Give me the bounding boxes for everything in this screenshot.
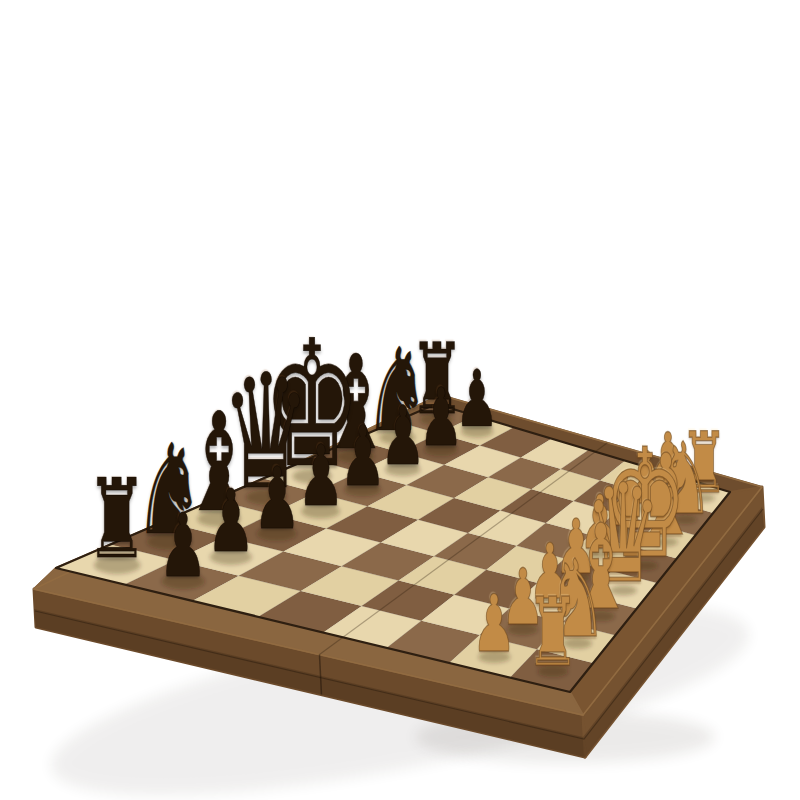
shadow-e7: [344, 483, 381, 497]
shadow-f7: [385, 463, 420, 476]
shadow-f2: [611, 526, 637, 536]
shadow-d7: [301, 504, 340, 518]
shadow-e2: [587, 549, 614, 559]
shadow-d1: [610, 586, 637, 596]
shadow-a7: [161, 573, 205, 589]
shadow-g2: [634, 504, 659, 513]
shadow-c8: [197, 511, 240, 527]
shadow-e8: [293, 469, 332, 484]
shadow-h1: [693, 494, 715, 502]
shadow-a8: [94, 557, 140, 574]
shadow-g7: [424, 444, 457, 457]
product-photo-stage: ♜♞♝♛♚♝♞♜♟♟♟♟♟♟♟♟♟♟♟♟♟♟♟♟♜♞♝♛♚♝♞♜: [0, 0, 800, 800]
shadow-c1: [587, 611, 615, 622]
shadow-a1: [538, 666, 568, 677]
chess-board: [0, 0, 800, 800]
shadow-f8: [337, 450, 374, 464]
shadow-e1: [632, 561, 658, 571]
shadow-b2: [507, 624, 538, 636]
shadow-d8: [246, 490, 287, 505]
shadow-a2: [478, 651, 510, 663]
shadow-b1: [563, 638, 592, 649]
shadow-f1: [654, 538, 678, 547]
shadow-d2: [561, 573, 589, 584]
shadow-b7: [210, 549, 252, 565]
shadow-c7: [257, 526, 297, 541]
shadow-h7: [461, 426, 493, 438]
shadow-b8: [147, 533, 192, 550]
shadow-h2: [656, 483, 679, 492]
shadow-h8: [420, 413, 454, 426]
shadow-g8: [380, 431, 416, 444]
shadow-c2: [535, 598, 565, 609]
shadow-g1: [674, 515, 697, 524]
